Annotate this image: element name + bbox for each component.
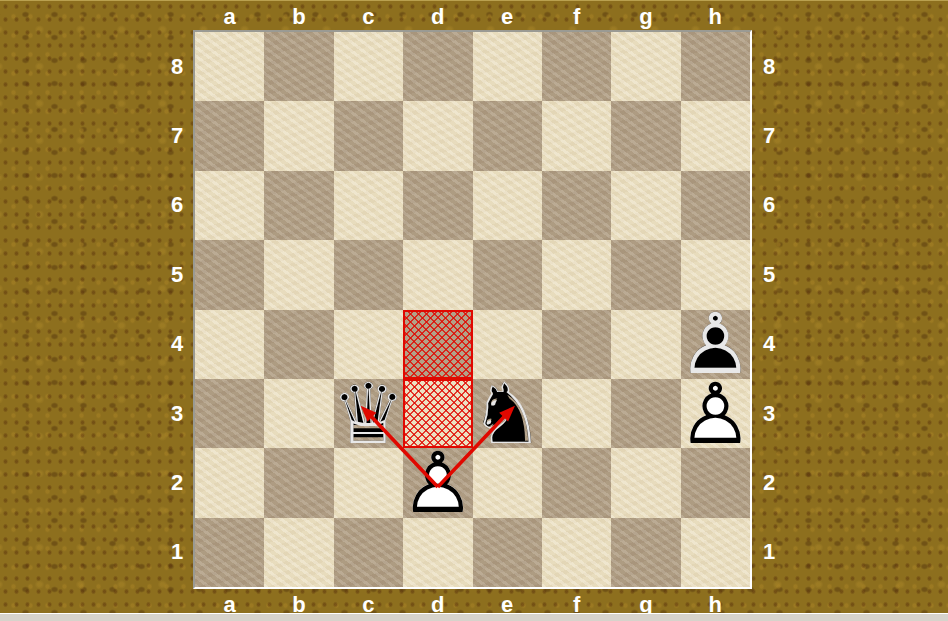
square-e2[interactable] — [473, 448, 542, 517]
square-b3[interactable] — [264, 379, 333, 448]
square-a1[interactable] — [195, 518, 264, 587]
piece-white-pawn-outline: ♙ — [681, 379, 750, 448]
rank-label-right-5: 5 — [754, 240, 784, 309]
file-label-top-d: d — [403, 3, 472, 30]
square-a3[interactable] — [195, 379, 264, 448]
square-c5[interactable] — [334, 240, 403, 309]
square-h2[interactable] — [681, 448, 750, 517]
rank-label-left-3: 3 — [162, 379, 192, 448]
square-f1[interactable] — [542, 518, 611, 587]
rank-label-right-6: 6 — [754, 171, 784, 240]
rank-label-right-1: 1 — [754, 518, 784, 587]
rank-label-left-2: 2 — [162, 448, 192, 517]
highlighted-square-d4[interactable] — [403, 310, 472, 379]
rank-label-left-6: 6 — [162, 171, 192, 240]
square-d2[interactable]: ♟♙ — [403, 448, 472, 517]
file-label-top-a: a — [195, 3, 264, 30]
file-label-top-h: h — [681, 3, 750, 30]
piece-black-queen-outline: ♕ — [334, 379, 403, 448]
rank-label-right-2: 2 — [754, 448, 784, 517]
board-grid: ♟♙♛♕♞♘♟♙♟♙ — [195, 32, 750, 587]
window-top-edge — [0, 0, 948, 1]
square-h1[interactable] — [681, 518, 750, 587]
file-label-top-e: e — [473, 3, 542, 30]
square-d1[interactable] — [403, 518, 472, 587]
rank-label-left-4: 4 — [162, 310, 192, 379]
square-a2[interactable] — [195, 448, 264, 517]
square-e7[interactable] — [473, 101, 542, 170]
rank-label-left-1: 1 — [162, 518, 192, 587]
square-b6[interactable] — [264, 171, 333, 240]
square-f2[interactable] — [542, 448, 611, 517]
rank-label-left-5: 5 — [162, 240, 192, 309]
square-g3[interactable] — [611, 379, 680, 448]
square-a8[interactable] — [195, 32, 264, 101]
square-e3[interactable]: ♞♘ — [473, 379, 542, 448]
rank-label-right-8: 8 — [754, 32, 784, 101]
window-bottom-edge — [0, 613, 948, 621]
file-label-top-b: b — [264, 3, 333, 30]
square-b5[interactable] — [264, 240, 333, 309]
file-label-top-g: g — [611, 3, 680, 30]
square-h7[interactable] — [681, 101, 750, 170]
square-a4[interactable] — [195, 310, 264, 379]
rank-label-right-4: 4 — [754, 310, 784, 379]
square-c8[interactable] — [334, 32, 403, 101]
square-e5[interactable] — [473, 240, 542, 309]
square-h3[interactable]: ♟♙ — [681, 379, 750, 448]
rank-label-left-7: 7 — [162, 101, 192, 170]
square-c6[interactable] — [334, 171, 403, 240]
square-c2[interactable] — [334, 448, 403, 517]
square-f6[interactable] — [542, 171, 611, 240]
square-c7[interactable] — [334, 101, 403, 170]
square-b4[interactable] — [264, 310, 333, 379]
square-b7[interactable] — [264, 101, 333, 170]
square-g8[interactable] — [611, 32, 680, 101]
square-b1[interactable] — [264, 518, 333, 587]
square-g5[interactable] — [611, 240, 680, 309]
square-f3[interactable] — [542, 379, 611, 448]
rank-label-right-7: 7 — [754, 101, 784, 170]
chess-board: ♟♙♛♕♞♘♟♙♟♙ — [193, 30, 752, 589]
piece-white-pawn-outline: ♙ — [403, 448, 472, 517]
square-h6[interactable] — [681, 171, 750, 240]
square-g7[interactable] — [611, 101, 680, 170]
square-e6[interactable] — [473, 171, 542, 240]
square-d6[interactable] — [403, 171, 472, 240]
square-g1[interactable] — [611, 518, 680, 587]
piece-black-knight-outline: ♘ — [473, 379, 542, 448]
page-root: { "game": "chess", "position": { "fen": … — [0, 0, 948, 621]
square-g6[interactable] — [611, 171, 680, 240]
rank-label-right-3: 3 — [754, 379, 784, 448]
square-d8[interactable] — [403, 32, 472, 101]
square-g2[interactable] — [611, 448, 680, 517]
square-f5[interactable] — [542, 240, 611, 309]
file-label-top-f: f — [542, 3, 611, 30]
square-g4[interactable] — [611, 310, 680, 379]
square-b2[interactable] — [264, 448, 333, 517]
square-f8[interactable] — [542, 32, 611, 101]
square-e8[interactable] — [473, 32, 542, 101]
square-c3[interactable]: ♛♕ — [334, 379, 403, 448]
square-e1[interactable] — [473, 518, 542, 587]
square-f4[interactable] — [542, 310, 611, 379]
square-d5[interactable] — [403, 240, 472, 309]
square-c1[interactable] — [334, 518, 403, 587]
square-h8[interactable] — [681, 32, 750, 101]
square-a5[interactable] — [195, 240, 264, 309]
square-a6[interactable] — [195, 171, 264, 240]
square-b8[interactable] — [264, 32, 333, 101]
square-d7[interactable] — [403, 101, 472, 170]
rank-label-left-8: 8 — [162, 32, 192, 101]
square-f7[interactable] — [542, 101, 611, 170]
square-a7[interactable] — [195, 101, 264, 170]
file-label-top-c: c — [334, 3, 403, 30]
